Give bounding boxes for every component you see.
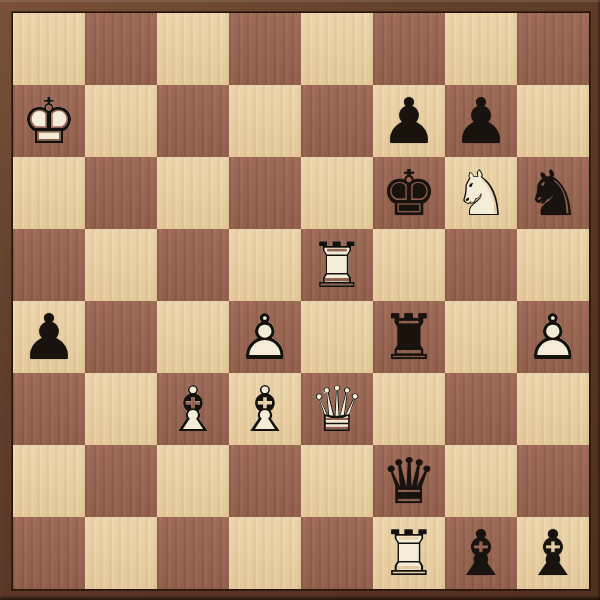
square-f8[interactable]	[373, 13, 445, 85]
square-a4[interactable]: ♟	[13, 301, 85, 373]
piece-outline: ♙	[237, 306, 293, 369]
square-a5[interactable]	[13, 229, 85, 301]
white-pawn: ♟♙	[229, 301, 301, 373]
square-b1[interactable]	[85, 517, 157, 589]
square-a3[interactable]	[13, 373, 85, 445]
board-frame: ♚♔♟♟♚♞♘♞♜♖♟♟♙♜♟♙♝♗♝♗♛♕♛♜♖♝♝	[0, 0, 600, 600]
square-f5[interactable]	[373, 229, 445, 301]
square-e8[interactable]	[301, 13, 373, 85]
square-g5[interactable]	[445, 229, 517, 301]
square-e7[interactable]	[301, 85, 373, 157]
square-g4[interactable]	[445, 301, 517, 373]
black-bishop: ♝	[445, 517, 517, 589]
square-g1[interactable]: ♝	[445, 517, 517, 589]
square-h8[interactable]	[517, 13, 589, 85]
square-a1[interactable]	[13, 517, 85, 589]
white-bishop: ♝♗	[157, 373, 229, 445]
square-f4[interactable]: ♜	[373, 301, 445, 373]
white-rook: ♜♖	[373, 517, 445, 589]
square-b2[interactable]	[85, 445, 157, 517]
piece-outline: ♖	[381, 522, 437, 585]
square-c2[interactable]	[157, 445, 229, 517]
square-d8[interactable]	[229, 13, 301, 85]
black-bishop: ♝	[517, 517, 589, 589]
square-h3[interactable]	[517, 373, 589, 445]
square-a7[interactable]: ♚♔	[13, 85, 85, 157]
chess-board: ♚♔♟♟♚♞♘♞♜♖♟♟♙♜♟♙♝♗♝♗♛♕♛♜♖♝♝	[12, 12, 590, 590]
white-king: ♚♔	[13, 85, 85, 157]
piece-outline: ♗	[165, 378, 221, 441]
square-d7[interactable]	[229, 85, 301, 157]
square-h5[interactable]	[517, 229, 589, 301]
white-bishop: ♝♗	[229, 373, 301, 445]
black-rook: ♜	[373, 301, 445, 373]
square-g7[interactable]: ♟	[445, 85, 517, 157]
piece-outline: ♔	[21, 90, 77, 153]
square-a2[interactable]	[13, 445, 85, 517]
square-e5[interactable]: ♜♖	[301, 229, 373, 301]
square-h6[interactable]: ♞	[517, 157, 589, 229]
black-pawn: ♟	[445, 85, 517, 157]
black-king: ♚	[373, 157, 445, 229]
square-d3[interactable]: ♝♗	[229, 373, 301, 445]
square-c7[interactable]	[157, 85, 229, 157]
square-f3[interactable]	[373, 373, 445, 445]
square-e2[interactable]	[301, 445, 373, 517]
square-h2[interactable]	[517, 445, 589, 517]
piece-fill: ♝	[453, 522, 509, 585]
piece-fill: ♟	[21, 306, 77, 369]
square-h4[interactable]: ♟♙	[517, 301, 589, 373]
square-b6[interactable]	[85, 157, 157, 229]
square-h7[interactable]	[517, 85, 589, 157]
square-g8[interactable]	[445, 13, 517, 85]
square-c1[interactable]	[157, 517, 229, 589]
black-knight: ♞	[517, 157, 589, 229]
square-b5[interactable]	[85, 229, 157, 301]
piece-outline: ♖	[309, 234, 365, 297]
piece-fill: ♟	[381, 90, 437, 153]
square-b7[interactable]	[85, 85, 157, 157]
square-c5[interactable]	[157, 229, 229, 301]
white-rook: ♜♖	[301, 229, 373, 301]
black-pawn: ♟	[13, 301, 85, 373]
square-c8[interactable]	[157, 13, 229, 85]
piece-fill: ♛	[381, 450, 437, 513]
square-d6[interactable]	[229, 157, 301, 229]
square-e4[interactable]	[301, 301, 373, 373]
square-f2[interactable]: ♛	[373, 445, 445, 517]
square-d5[interactable]	[229, 229, 301, 301]
square-h1[interactable]: ♝	[517, 517, 589, 589]
piece-fill: ♜	[381, 306, 437, 369]
square-c3[interactable]: ♝♗	[157, 373, 229, 445]
square-f6[interactable]: ♚	[373, 157, 445, 229]
square-g2[interactable]	[445, 445, 517, 517]
square-f7[interactable]: ♟	[373, 85, 445, 157]
square-b3[interactable]	[85, 373, 157, 445]
square-g3[interactable]	[445, 373, 517, 445]
black-queen: ♛	[373, 445, 445, 517]
square-b4[interactable]	[85, 301, 157, 373]
square-c4[interactable]	[157, 301, 229, 373]
piece-outline: ♕	[309, 378, 365, 441]
piece-fill: ♞	[525, 162, 581, 225]
square-a8[interactable]	[13, 13, 85, 85]
piece-fill: ♝	[525, 522, 581, 585]
square-e3[interactable]: ♛♕	[301, 373, 373, 445]
square-b8[interactable]	[85, 13, 157, 85]
white-knight: ♞♘	[445, 157, 517, 229]
square-e6[interactable]	[301, 157, 373, 229]
white-pawn: ♟♙	[517, 301, 589, 373]
piece-outline: ♗	[237, 378, 293, 441]
piece-fill: ♚	[381, 162, 437, 225]
black-pawn: ♟	[373, 85, 445, 157]
piece-fill: ♟	[453, 90, 509, 153]
piece-outline: ♙	[525, 306, 581, 369]
square-a6[interactable]	[13, 157, 85, 229]
piece-outline: ♘	[453, 162, 509, 225]
square-c6[interactable]	[157, 157, 229, 229]
square-d1[interactable]	[229, 517, 301, 589]
square-e1[interactable]	[301, 517, 373, 589]
square-d2[interactable]	[229, 445, 301, 517]
square-g6[interactable]: ♞♘	[445, 157, 517, 229]
square-f1[interactable]: ♜♖	[373, 517, 445, 589]
square-d4[interactable]: ♟♙	[229, 301, 301, 373]
white-queen: ♛♕	[301, 373, 373, 445]
